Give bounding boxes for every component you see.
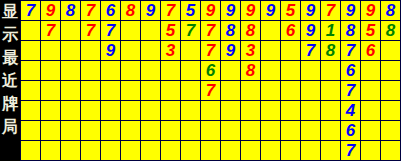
cell-r4c16 <box>321 61 340 80</box>
cell-r1c2: 9 <box>41 1 60 20</box>
cell-r5c2 <box>41 81 60 100</box>
cell-r3c5: 9 <box>101 41 120 60</box>
cell-r8c14 <box>281 141 300 160</box>
cell-r1c4: 7 <box>81 1 100 20</box>
cell-r8c19 <box>381 141 400 160</box>
cell-r8c1 <box>21 141 40 160</box>
cell-r3c14 <box>281 41 300 60</box>
cell-r1c13: 9 <box>261 1 280 20</box>
cell-r3c1 <box>21 41 40 60</box>
cell-r4c14 <box>281 61 300 80</box>
cell-r6c14 <box>281 101 300 120</box>
cell-r4c2 <box>41 61 60 80</box>
cell-r5c1 <box>21 81 40 100</box>
cell-r4c4 <box>81 61 100 80</box>
cell-r7c7 <box>141 121 160 140</box>
sidebar-title: 显 示 最 近 牌 局 <box>0 0 20 161</box>
cell-r6c11 <box>221 101 240 120</box>
trend-grid: 7987689759999597998777577886918589379378… <box>20 0 401 161</box>
cell-r6c7 <box>141 101 160 120</box>
cell-r7c4 <box>81 121 100 140</box>
cell-r7c16 <box>321 121 340 140</box>
cell-r5c12 <box>241 81 260 100</box>
cell-r2c19: 8 <box>381 21 400 40</box>
cell-r6c16 <box>321 101 340 120</box>
cell-r5c13 <box>261 81 280 100</box>
cell-r6c15 <box>301 101 320 120</box>
sidebar-char: 近 <box>0 69 20 92</box>
cell-r2c6 <box>121 21 140 40</box>
cell-r3c17: 7 <box>341 41 360 60</box>
cell-r7c12 <box>241 121 260 140</box>
cell-r6c3 <box>61 101 80 120</box>
cell-r2c12: 8 <box>241 21 260 40</box>
cell-r8c7 <box>141 141 160 160</box>
cell-r3c16: 8 <box>321 41 340 60</box>
sidebar-char: 局 <box>0 115 20 138</box>
cell-r8c13 <box>261 141 280 160</box>
cell-r8c8 <box>161 141 180 160</box>
cell-r3c18: 6 <box>361 41 380 60</box>
cell-r2c10: 7 <box>201 21 220 40</box>
cell-r2c1 <box>21 21 40 40</box>
cell-r4c15 <box>301 61 320 80</box>
cell-r4c17: 6 <box>341 61 360 80</box>
cell-r7c17: 6 <box>341 121 360 140</box>
cell-r7c9 <box>181 121 200 140</box>
cell-r8c5 <box>101 141 120 160</box>
cell-r7c11 <box>221 121 240 140</box>
cell-r2c8: 5 <box>161 21 180 40</box>
cell-r6c12 <box>241 101 260 120</box>
cell-r8c16 <box>321 141 340 160</box>
cell-r6c5 <box>101 101 120 120</box>
sidebar-char: 牌 <box>0 92 20 115</box>
cell-r6c8 <box>161 101 180 120</box>
cell-r8c18 <box>361 141 380 160</box>
cell-r5c7 <box>141 81 160 100</box>
cell-r6c10 <box>201 101 220 120</box>
cell-r8c12 <box>241 141 260 160</box>
cell-r3c8: 3 <box>161 41 180 60</box>
cell-r7c14 <box>281 121 300 140</box>
cell-r4c1 <box>21 61 40 80</box>
cell-r4c10: 6 <box>201 61 220 80</box>
cell-r2c11: 8 <box>221 21 240 40</box>
cell-r1c7: 9 <box>141 1 160 20</box>
cell-r5c4 <box>81 81 100 100</box>
cell-r3c15: 7 <box>301 41 320 60</box>
cell-r7c6 <box>121 121 140 140</box>
cell-r2c7 <box>141 21 160 40</box>
cell-r7c8 <box>161 121 180 140</box>
cell-r2c4: 7 <box>81 21 100 40</box>
sidebar-char: 最 <box>0 46 20 69</box>
cell-r7c5 <box>101 121 120 140</box>
cell-r2c17: 8 <box>341 21 360 40</box>
cell-r7c10 <box>201 121 220 140</box>
sidebar-char: 示 <box>0 23 20 46</box>
cell-r8c17: 7 <box>341 141 360 160</box>
cell-r3c19 <box>381 41 400 60</box>
cell-r4c8 <box>161 61 180 80</box>
cell-r5c10: 7 <box>201 81 220 100</box>
cell-r5c19 <box>381 81 400 100</box>
cell-r2c3 <box>61 21 80 40</box>
cell-r4c7 <box>141 61 160 80</box>
cell-r5c3 <box>61 81 80 100</box>
cell-r2c5: 7 <box>101 21 120 40</box>
cell-r1c3: 8 <box>61 1 80 20</box>
cell-r7c1 <box>21 121 40 140</box>
cell-r7c15 <box>301 121 320 140</box>
cell-r7c19 <box>381 121 400 140</box>
recent-rounds-board: 显 示 最 近 牌 局 7987689759999597998777577886… <box>0 0 401 161</box>
cell-r8c11 <box>221 141 240 160</box>
cell-r4c13 <box>261 61 280 80</box>
cell-r1c14: 5 <box>281 1 300 20</box>
cell-r8c4 <box>81 141 100 160</box>
cell-r2c9: 7 <box>181 21 200 40</box>
cell-r1c8: 7 <box>161 1 180 20</box>
cell-r1c17: 9 <box>341 1 360 20</box>
cell-r8c9 <box>181 141 200 160</box>
cell-r8c3 <box>61 141 80 160</box>
cell-r5c15 <box>301 81 320 100</box>
cell-r1c19: 8 <box>381 1 400 20</box>
cell-r1c1: 7 <box>21 1 40 20</box>
cell-r2c2: 7 <box>41 21 60 40</box>
cell-r4c19 <box>381 61 400 80</box>
cell-r6c1 <box>21 101 40 120</box>
cell-r3c13 <box>261 41 280 60</box>
cell-r6c9 <box>181 101 200 120</box>
cell-r3c7 <box>141 41 160 60</box>
cell-r6c2 <box>41 101 60 120</box>
cell-r8c10 <box>201 141 220 160</box>
cell-r4c18 <box>361 61 380 80</box>
cell-r1c9: 5 <box>181 1 200 20</box>
cell-r6c4 <box>81 101 100 120</box>
cell-r5c6 <box>121 81 140 100</box>
cell-r2c14: 6 <box>281 21 300 40</box>
cell-r1c11: 9 <box>221 1 240 20</box>
cell-r1c15: 9 <box>301 1 320 20</box>
cell-r3c9 <box>181 41 200 60</box>
cell-r4c3 <box>61 61 80 80</box>
cell-r1c10: 9 <box>201 1 220 20</box>
cell-r2c15: 9 <box>301 21 320 40</box>
sidebar-char: 显 <box>0 0 20 23</box>
cell-r3c6 <box>121 41 140 60</box>
cell-r6c18 <box>361 101 380 120</box>
cell-r3c2 <box>41 41 60 60</box>
cell-r6c6 <box>121 101 140 120</box>
cell-r8c6 <box>121 141 140 160</box>
cell-r4c11 <box>221 61 240 80</box>
cell-r4c6 <box>121 61 140 80</box>
cell-r3c3 <box>61 41 80 60</box>
cell-r8c2 <box>41 141 60 160</box>
cell-r6c13 <box>261 101 280 120</box>
cell-r5c17: 7 <box>341 81 360 100</box>
cell-r5c8 <box>161 81 180 100</box>
cell-r6c19 <box>381 101 400 120</box>
cell-r5c11 <box>221 81 240 100</box>
cell-r5c14 <box>281 81 300 100</box>
cell-r4c5 <box>101 61 120 80</box>
cell-r1c18: 9 <box>361 1 380 20</box>
cell-r1c5: 6 <box>101 1 120 20</box>
cell-r5c16 <box>321 81 340 100</box>
cell-r5c18 <box>361 81 380 100</box>
cell-r4c12: 8 <box>241 61 260 80</box>
cell-r4c9 <box>181 61 200 80</box>
cell-r3c11: 9 <box>221 41 240 60</box>
cell-r2c16: 1 <box>321 21 340 40</box>
cell-r5c5 <box>101 81 120 100</box>
cell-r1c6: 8 <box>121 1 140 20</box>
cell-r5c9 <box>181 81 200 100</box>
cell-r1c12: 9 <box>241 1 260 20</box>
cell-r3c4 <box>81 41 100 60</box>
cell-r6c17: 4 <box>341 101 360 120</box>
cell-r8c15 <box>301 141 320 160</box>
cell-r7c13 <box>261 121 280 140</box>
cell-r2c13 <box>261 21 280 40</box>
cell-r3c12: 3 <box>241 41 260 60</box>
cell-r7c3 <box>61 121 80 140</box>
cell-r3c10: 7 <box>201 41 220 60</box>
cell-r7c18 <box>361 121 380 140</box>
cell-r7c2 <box>41 121 60 140</box>
cell-r2c18: 5 <box>361 21 380 40</box>
cell-r1c16: 7 <box>321 1 340 20</box>
